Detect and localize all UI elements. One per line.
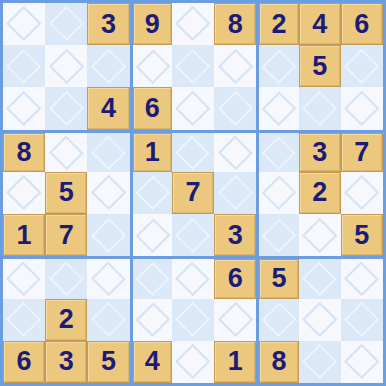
cell-r9c2: 3 xyxy=(45,341,87,383)
diamond-decoration xyxy=(175,217,211,253)
diamond-decoration xyxy=(302,302,338,338)
cell-r9c3: 5 xyxy=(87,341,129,383)
diamond-decoration xyxy=(217,91,253,127)
diamond-decoration xyxy=(91,262,126,297)
cell-r6c2: 7 xyxy=(45,214,87,256)
cell-r7c3[interactable] xyxy=(87,256,129,298)
diamond-decoration xyxy=(262,218,297,253)
diamond-decoration xyxy=(175,48,211,84)
cell-r4c1: 8 xyxy=(3,130,45,172)
cell-r3c6[interactable] xyxy=(214,87,256,129)
cell-r8c9[interactable] xyxy=(341,299,383,341)
cell-r7c4[interactable] xyxy=(130,256,172,298)
given-digit: 7 xyxy=(185,179,200,206)
given-digit: 5 xyxy=(101,348,116,375)
cell-r2c4[interactable] xyxy=(130,45,172,87)
cell-r8c8[interactable] xyxy=(299,299,341,341)
cell-r8c2: 2 xyxy=(45,299,87,341)
cell-r4c4: 1 xyxy=(130,130,172,172)
diamond-decoration xyxy=(176,262,211,297)
given-digit: 2 xyxy=(312,179,327,206)
diamond-decoration xyxy=(135,218,170,253)
cell-r3c9[interactable] xyxy=(341,87,383,129)
diamond-decoration xyxy=(345,262,380,297)
cell-r6c5[interactable] xyxy=(172,214,214,256)
cell-r9c4: 4 xyxy=(130,341,172,383)
given-digit: 6 xyxy=(354,11,369,38)
diamond-decoration xyxy=(302,217,338,253)
cell-r5c7[interactable] xyxy=(256,172,298,214)
cell-r3c7[interactable] xyxy=(256,87,298,129)
diamond-decoration xyxy=(344,91,380,127)
cell-r6c3[interactable] xyxy=(87,214,129,256)
diamond-decoration xyxy=(262,91,297,126)
diamond-decoration xyxy=(48,48,84,84)
diamond-decoration xyxy=(91,135,126,170)
cell-r1c1[interactable] xyxy=(3,3,45,45)
cell-r7c7: 5 xyxy=(256,256,298,298)
given-digit: 6 xyxy=(228,265,243,292)
diamond-decoration xyxy=(6,175,42,211)
diamond-decoration xyxy=(91,48,127,84)
diamond-decoration xyxy=(262,176,297,211)
given-digit: 4 xyxy=(101,95,116,122)
diamond-decoration xyxy=(262,49,297,84)
given-digit: 8 xyxy=(271,348,286,375)
diamond-decoration xyxy=(91,302,127,338)
cell-r6c4[interactable] xyxy=(130,214,172,256)
given-digit: 6 xyxy=(145,95,160,122)
cell-r4c3[interactable] xyxy=(87,130,129,172)
cell-r3c4: 6 xyxy=(130,87,172,129)
cell-r3c3: 4 xyxy=(87,87,129,129)
cell-r5c5: 7 xyxy=(172,172,214,214)
diamond-decoration xyxy=(302,344,338,380)
given-digit: 5 xyxy=(312,53,327,80)
cell-r9c8[interactable] xyxy=(299,341,341,383)
diamond-decoration xyxy=(176,135,211,170)
diamond-decoration xyxy=(175,91,211,127)
given-digit: 3 xyxy=(59,348,74,375)
cell-r1c5[interactable] xyxy=(172,3,214,45)
cell-r2c3[interactable] xyxy=(87,45,129,87)
cell-r1c9: 6 xyxy=(341,3,383,45)
diamond-decoration xyxy=(6,91,42,127)
cell-r7c8[interactable] xyxy=(299,256,341,298)
given-digit: 6 xyxy=(17,348,32,375)
cell-r6c9: 5 xyxy=(341,214,383,256)
diamond-decoration xyxy=(48,91,84,127)
cell-r2c2[interactable] xyxy=(45,45,87,87)
diamond-decoration xyxy=(91,175,127,211)
given-digit: 3 xyxy=(228,222,243,249)
cell-r1c6: 8 xyxy=(214,3,256,45)
diamond-decoration xyxy=(344,344,380,380)
cell-r2c5[interactable] xyxy=(172,45,214,87)
cell-r8c3[interactable] xyxy=(87,299,129,341)
diamond-decoration xyxy=(6,6,42,42)
diamond-decoration xyxy=(175,344,211,380)
cell-r9c9[interactable] xyxy=(341,341,383,383)
diamond-decoration xyxy=(262,136,295,169)
diamond-decoration xyxy=(302,91,338,127)
cell-r1c4: 9 xyxy=(130,3,172,45)
cell-r4c8: 3 xyxy=(299,130,341,172)
cell-r2c6[interactable] xyxy=(214,45,256,87)
cell-r2c8: 5 xyxy=(299,45,341,87)
cell-r8c1[interactable] xyxy=(3,299,45,341)
given-digit: 3 xyxy=(312,139,327,166)
cell-r2c1[interactable] xyxy=(3,45,45,87)
cell-r4c9: 7 xyxy=(341,130,383,172)
cell-r1c8: 4 xyxy=(299,3,341,45)
diamond-decoration xyxy=(6,48,42,84)
diamond-decoration xyxy=(218,135,253,170)
given-digit: 3 xyxy=(101,11,116,38)
cell-r4c7[interactable] xyxy=(256,130,298,172)
diamond-decoration xyxy=(7,262,42,297)
given-digit: 1 xyxy=(228,348,243,375)
cell-r7c9[interactable] xyxy=(341,256,383,298)
given-digit: 5 xyxy=(271,265,286,292)
diamond-decoration xyxy=(344,302,380,338)
diamond-decoration xyxy=(48,6,84,42)
cell-r1c3: 3 xyxy=(87,3,129,45)
diamond-decoration xyxy=(262,302,297,337)
diamond-decoration xyxy=(91,217,127,253)
sudoku-board: 39824654681375721735652635418 xyxy=(0,0,386,386)
cell-r5c6[interactable] xyxy=(214,172,256,214)
cell-r3c1[interactable] xyxy=(3,87,45,129)
given-digit: 5 xyxy=(354,222,369,249)
cell-r5c9[interactable] xyxy=(341,172,383,214)
diamond-decoration xyxy=(6,302,42,338)
given-digit: 7 xyxy=(354,139,369,166)
diamond-decoration xyxy=(344,48,380,84)
given-digit: 1 xyxy=(17,222,32,249)
cell-r6c1: 1 xyxy=(3,214,45,256)
cell-r9c7: 8 xyxy=(256,341,298,383)
diamond-decoration xyxy=(135,302,170,337)
cell-r8c7[interactable] xyxy=(256,299,298,341)
cell-r7c1[interactable] xyxy=(3,256,45,298)
diamond-decoration xyxy=(136,262,169,295)
cell-r6c7[interactable] xyxy=(256,214,298,256)
given-digit: 8 xyxy=(17,139,32,166)
given-digit: 1 xyxy=(145,139,160,166)
diamond-decoration xyxy=(217,48,253,84)
given-digit: 2 xyxy=(271,11,286,38)
cell-r5c1[interactable] xyxy=(3,172,45,214)
given-digit: 2 xyxy=(59,306,74,333)
cell-r5c3[interactable] xyxy=(87,172,129,214)
cell-r1c7: 2 xyxy=(256,3,298,45)
cell-r8c6[interactable] xyxy=(214,299,256,341)
diamond-decoration xyxy=(49,135,84,170)
given-digit: 4 xyxy=(312,11,327,38)
cell-r7c5[interactable] xyxy=(172,256,214,298)
given-digit: 8 xyxy=(228,11,243,38)
diamond-decoration xyxy=(344,175,380,211)
diamond-decoration xyxy=(175,6,211,42)
given-digit: 4 xyxy=(145,348,160,375)
cell-r1c2[interactable] xyxy=(45,3,87,45)
given-digit: 9 xyxy=(145,11,160,38)
cell-r2c7[interactable] xyxy=(256,45,298,87)
given-digit: 7 xyxy=(59,222,74,249)
cell-r9c5[interactable] xyxy=(172,341,214,383)
diamond-decoration xyxy=(175,302,211,338)
cell-r3c8[interactable] xyxy=(299,87,341,129)
diamond-decoration xyxy=(49,262,84,297)
cell-r8c4[interactable] xyxy=(130,299,172,341)
diamond-decoration xyxy=(302,262,337,297)
cell-r9c6: 1 xyxy=(214,341,256,383)
diamond-decoration xyxy=(217,175,253,211)
cell-r9c1: 6 xyxy=(3,341,45,383)
cell-r3c2[interactable] xyxy=(45,87,87,129)
cell-r4c5[interactable] xyxy=(172,130,214,172)
cell-r3c5[interactable] xyxy=(172,87,214,129)
cell-r6c8[interactable] xyxy=(299,214,341,256)
diamond-decoration xyxy=(217,302,253,338)
cell-r5c2: 5 xyxy=(45,172,87,214)
cell-r4c2[interactable] xyxy=(45,130,87,172)
cell-r7c6: 6 xyxy=(214,256,256,298)
diamond-decoration xyxy=(135,49,170,84)
cell-r7c2[interactable] xyxy=(45,256,87,298)
cell-r5c8: 2 xyxy=(299,172,341,214)
diamond-decoration xyxy=(135,176,170,211)
cell-r2c9[interactable] xyxy=(341,45,383,87)
cell-r8c5[interactable] xyxy=(172,299,214,341)
cell-r6c6: 3 xyxy=(214,214,256,256)
cell-r5c4[interactable] xyxy=(130,172,172,214)
given-digit: 5 xyxy=(59,179,74,206)
cell-r4c6[interactable] xyxy=(214,130,256,172)
